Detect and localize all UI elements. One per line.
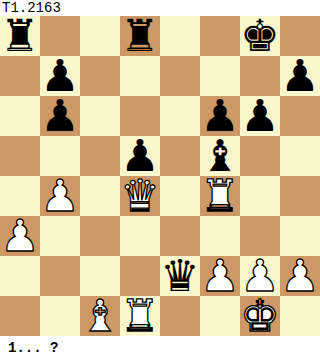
square-d5[interactable]: ♟: [120, 136, 160, 176]
square-e2[interactable]: ♛: [160, 256, 200, 296]
square-g8[interactable]: ♚: [240, 16, 280, 56]
square-e5[interactable]: [160, 136, 200, 176]
square-f7[interactable]: [200, 56, 240, 96]
square-d7[interactable]: [120, 56, 160, 96]
black-rook: ♜: [120, 14, 159, 58]
square-f8[interactable]: [200, 16, 240, 56]
square-c2[interactable]: [80, 256, 120, 296]
square-b6[interactable]: ♟: [40, 96, 80, 136]
square-a5[interactable]: [0, 136, 40, 176]
square-f4[interactable]: ♜: [200, 176, 240, 216]
square-f5[interactable]: ♝: [200, 136, 240, 176]
white-pawn: ♟: [0, 214, 39, 258]
square-g2[interactable]: ♟: [240, 256, 280, 296]
square-e6[interactable]: [160, 96, 200, 136]
square-c3[interactable]: [80, 216, 120, 256]
square-h8[interactable]: [280, 16, 320, 56]
square-c7[interactable]: [80, 56, 120, 96]
black-king: ♚: [240, 14, 279, 58]
square-f2[interactable]: ♟: [200, 256, 240, 296]
square-a7[interactable]: [0, 56, 40, 96]
square-c4[interactable]: [80, 176, 120, 216]
square-d2[interactable]: [120, 256, 160, 296]
black-pawn: ♟: [240, 94, 279, 138]
black-queen: ♛: [160, 254, 199, 298]
white-pawn: ♟: [280, 254, 319, 298]
square-d3[interactable]: [120, 216, 160, 256]
white-rook: ♜: [120, 294, 159, 338]
square-h4[interactable]: [280, 176, 320, 216]
square-a4[interactable]: [0, 176, 40, 216]
square-h5[interactable]: [280, 136, 320, 176]
black-bishop: ♝: [200, 134, 239, 178]
square-h1[interactable]: [280, 296, 320, 336]
white-bishop: ♝: [80, 294, 119, 338]
white-pawn: ♟: [200, 254, 239, 298]
square-g3[interactable]: [240, 216, 280, 256]
square-h3[interactable]: [280, 216, 320, 256]
square-b8[interactable]: [40, 16, 80, 56]
square-g6[interactable]: ♟: [240, 96, 280, 136]
white-pawn: ♟: [240, 254, 279, 298]
square-c1[interactable]: ♝: [80, 296, 120, 336]
chess-board: ♜♜♚♟♟♟♟♟♟♝♟♛♜♟♛♟♟♟♝♜♚: [0, 16, 320, 336]
black-pawn: ♟: [40, 54, 79, 98]
square-e4[interactable]: [160, 176, 200, 216]
square-e3[interactable]: [160, 216, 200, 256]
square-g5[interactable]: [240, 136, 280, 176]
black-pawn: ♟: [200, 94, 239, 138]
square-b5[interactable]: [40, 136, 80, 176]
white-rook: ♜: [200, 174, 239, 218]
square-a2[interactable]: [0, 256, 40, 296]
square-h2[interactable]: ♟: [280, 256, 320, 296]
square-b2[interactable]: [40, 256, 80, 296]
black-pawn: ♟: [280, 54, 319, 98]
square-a3[interactable]: ♟: [0, 216, 40, 256]
move-prompt: 1... ?: [8, 338, 58, 358]
square-h7[interactable]: ♟: [280, 56, 320, 96]
square-a6[interactable]: [0, 96, 40, 136]
square-h6[interactable]: [280, 96, 320, 136]
white-queen: ♛: [120, 174, 159, 218]
square-b4[interactable]: ♟: [40, 176, 80, 216]
square-b3[interactable]: [40, 216, 80, 256]
square-g1[interactable]: ♚: [240, 296, 280, 336]
square-a8[interactable]: ♜: [0, 16, 40, 56]
square-e1[interactable]: [160, 296, 200, 336]
square-g4[interactable]: [240, 176, 280, 216]
square-d1[interactable]: ♜: [120, 296, 160, 336]
square-c5[interactable]: [80, 136, 120, 176]
black-rook: ♜: [0, 14, 39, 58]
square-g7[interactable]: [240, 56, 280, 96]
black-pawn: ♟: [40, 94, 79, 138]
white-pawn: ♟: [40, 174, 79, 218]
square-a1[interactable]: [0, 296, 40, 336]
square-d8[interactable]: ♜: [120, 16, 160, 56]
square-b7[interactable]: ♟: [40, 56, 80, 96]
square-c8[interactable]: [80, 16, 120, 56]
square-f1[interactable]: [200, 296, 240, 336]
square-b1[interactable]: [40, 296, 80, 336]
square-d6[interactable]: [120, 96, 160, 136]
square-f6[interactable]: ♟: [200, 96, 240, 136]
diagram-title: T1.2163: [2, 0, 61, 16]
square-c6[interactable]: [80, 96, 120, 136]
square-e7[interactable]: [160, 56, 200, 96]
square-f3[interactable]: [200, 216, 240, 256]
white-king: ♚: [240, 294, 279, 338]
square-d4[interactable]: ♛: [120, 176, 160, 216]
black-pawn: ♟: [120, 134, 159, 178]
square-e8[interactable]: [160, 16, 200, 56]
